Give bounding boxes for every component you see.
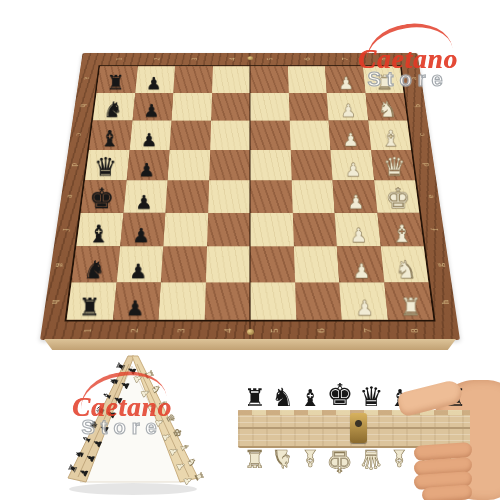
board-square-h8: ♜ xyxy=(384,282,434,320)
white-knight-icon: ♞ xyxy=(377,99,397,121)
board-square-e1: ♚ xyxy=(81,180,126,212)
board-square-c7: ♟ xyxy=(329,121,371,150)
white-king-icon: ♚ xyxy=(326,446,353,476)
board-square-d8: ♛ xyxy=(371,150,415,181)
black-queen-icon: ♛ xyxy=(359,383,383,410)
board-square-c4 xyxy=(210,121,250,150)
black-pawn-icon: ♟ xyxy=(138,161,155,179)
board-square-d3 xyxy=(167,150,209,181)
board-square-b5 xyxy=(250,93,289,121)
closed-box-inset: ♜♞♝♚♛♝♞♜ ♜♞♝♚♛♝♞♜ xyxy=(232,354,500,500)
watermark-caetano-store-top: Caetano Store xyxy=(338,24,478,91)
board-square-f6 xyxy=(292,212,337,246)
board-square-a1: ♜ xyxy=(97,66,138,93)
black-queen-icon: ♛ xyxy=(94,155,117,180)
white-pawn-icon: ♟ xyxy=(345,161,362,179)
white-pawn-icon: ♟ xyxy=(352,261,370,281)
tent-shadow xyxy=(69,483,197,495)
board-square-d5 xyxy=(250,150,291,181)
board-square-c1: ♝ xyxy=(89,121,132,150)
board-square-e8: ♚ xyxy=(374,180,419,212)
black-king-icon: ♚ xyxy=(326,380,353,410)
white-pawn-icon: ♟ xyxy=(355,298,374,319)
board-square-d7: ♟ xyxy=(330,150,373,181)
board-square-e6 xyxy=(291,180,334,212)
black-bishop-icon: ♝ xyxy=(300,387,321,410)
board-square-b6 xyxy=(288,93,328,121)
board-square-a2: ♟ xyxy=(135,66,175,93)
board-square-b2: ♟ xyxy=(132,93,173,121)
board-square-e3 xyxy=(165,180,208,212)
board-square-d6 xyxy=(290,150,332,181)
chess-board: 12345678 12345678 abcdefgh abcdefgh ♜♟♟♜… xyxy=(40,53,460,340)
black-pawn-icon: ♟ xyxy=(146,75,162,92)
white-rook-icon: ♜ xyxy=(399,295,421,320)
board-square-c6 xyxy=(289,121,330,150)
hand-finger xyxy=(422,484,473,500)
black-pawn-icon: ♟ xyxy=(144,103,160,120)
board-square-b8: ♞ xyxy=(365,93,407,121)
black-king-icon: ♚ xyxy=(89,184,115,212)
board-square-a5 xyxy=(250,66,288,93)
white-knight-icon: ♞ xyxy=(395,257,418,282)
black-bishop-icon: ♝ xyxy=(87,222,109,246)
black-rook-icon: ♜ xyxy=(106,72,125,92)
white-bishop-icon: ♝ xyxy=(381,127,401,149)
board-square-e2: ♟ xyxy=(123,180,167,212)
board-square-a6 xyxy=(288,66,327,93)
board-square-g8: ♞ xyxy=(380,246,428,282)
white-pawn-icon: ♟ xyxy=(340,103,356,120)
board-fold-seam xyxy=(249,53,251,340)
black-pawn-icon: ♟ xyxy=(129,261,147,281)
board-square-d1: ♛ xyxy=(85,150,129,181)
board-square-f1: ♝ xyxy=(76,212,123,246)
board-square-h1: ♜ xyxy=(67,282,117,320)
white-rook-icon: ♜ xyxy=(244,446,266,470)
board-square-d4 xyxy=(209,150,250,181)
board-square-c8: ♝ xyxy=(368,121,411,150)
board-square-g6 xyxy=(293,246,339,282)
board-square-b3 xyxy=(171,93,211,121)
black-pawn-icon: ♟ xyxy=(126,298,145,319)
board-square-a4 xyxy=(212,66,250,93)
board-square-h5 xyxy=(250,282,296,320)
hinge-pin-top xyxy=(247,56,253,60)
white-bishop-icon: ♝ xyxy=(389,446,410,469)
black-rook-icon: ♜ xyxy=(79,295,101,320)
board-square-f5 xyxy=(250,212,293,246)
white-knight-icon: ♞ xyxy=(271,446,293,471)
white-pawn-icon: ♟ xyxy=(342,131,358,149)
white-bishop-icon: ♝ xyxy=(300,446,321,469)
board-square-h2: ♟ xyxy=(112,282,160,320)
board-square-c5 xyxy=(250,121,290,150)
black-knight-icon: ♞ xyxy=(103,99,123,121)
white-pawn-icon: ♟ xyxy=(347,193,364,212)
white-queen-icon: ♛ xyxy=(383,155,406,180)
board-square-f4 xyxy=(207,212,250,246)
board-square-a3 xyxy=(173,66,212,93)
board-square-d2: ♟ xyxy=(126,150,169,181)
watermark-caetano-store-bottom: Caetano Store xyxy=(52,372,192,439)
board-square-b1: ♞ xyxy=(93,93,135,121)
board-square-g2: ♟ xyxy=(116,246,163,282)
board-square-b7: ♟ xyxy=(327,93,368,121)
board-square-h7: ♟ xyxy=(339,282,387,320)
board-square-f2: ♟ xyxy=(120,212,166,246)
black-bishop-icon: ♝ xyxy=(99,127,119,149)
board-square-g7: ♟ xyxy=(337,246,384,282)
board-square-c2: ♟ xyxy=(129,121,171,150)
black-pawn-icon: ♟ xyxy=(133,226,151,245)
board-square-h6 xyxy=(295,282,342,320)
board-square-c3 xyxy=(170,121,211,150)
white-king-icon: ♚ xyxy=(385,184,411,212)
board-square-g5 xyxy=(250,246,295,282)
black-knight-icon: ♞ xyxy=(271,385,293,410)
board-square-f7: ♟ xyxy=(335,212,381,246)
black-rook-icon: ♜ xyxy=(244,386,266,410)
board-square-e7: ♟ xyxy=(333,180,377,212)
board-square-g3 xyxy=(161,246,207,282)
white-bishop-icon: ♝ xyxy=(391,222,413,246)
board-square-e4 xyxy=(208,180,250,212)
black-knight-icon: ♞ xyxy=(83,257,106,282)
white-queen-icon: ♛ xyxy=(359,446,383,473)
board-square-b4 xyxy=(211,93,250,121)
board-square-e5 xyxy=(250,180,292,212)
brass-clasp-icon xyxy=(350,413,367,443)
board-front-edge xyxy=(44,339,456,350)
black-pawn-icon: ♟ xyxy=(136,193,153,212)
white-pawn-icon: ♟ xyxy=(350,226,368,245)
board-square-g1: ♞ xyxy=(72,246,120,282)
board-square-h3 xyxy=(158,282,205,320)
black-pawn-icon: ♟ xyxy=(141,131,157,149)
folded-box xyxy=(238,410,470,448)
board-square-f3 xyxy=(163,212,208,246)
board-square-f8: ♝ xyxy=(377,212,424,246)
board-square-h4 xyxy=(204,282,250,320)
board-square-g4 xyxy=(205,246,250,282)
